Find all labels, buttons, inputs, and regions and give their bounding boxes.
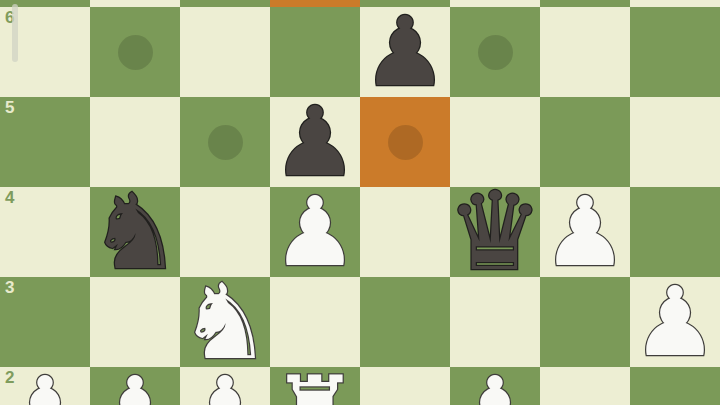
square-a2[interactable]: 2♟	[0, 367, 90, 405]
piece-black-pawn-e6[interactable]: ♟	[360, 7, 450, 97]
square-d7[interactable]: ♞	[270, 0, 360, 7]
square-c3[interactable]: ♞	[180, 277, 270, 367]
square-c2[interactable]: ♟	[180, 367, 270, 405]
square-e3[interactable]	[360, 277, 450, 367]
move-hint-dot-f6	[478, 35, 513, 70]
square-g6[interactable]	[540, 7, 630, 97]
square-f4[interactable]: ♛	[450, 187, 540, 277]
piece-white-pawn-c2[interactable]: ♟	[180, 367, 270, 405]
square-e6[interactable]: ♟	[360, 7, 450, 97]
square-c6[interactable]	[180, 7, 270, 97]
rank-label-3: 3	[5, 279, 14, 296]
square-h6[interactable]	[630, 7, 720, 97]
square-d6[interactable]	[270, 7, 360, 97]
square-f7[interactable]	[450, 0, 540, 7]
move-hint-dot-b6	[118, 35, 153, 70]
square-b6[interactable]	[90, 7, 180, 97]
rank-label-5: 5	[5, 99, 14, 116]
piece-white-knight-c3[interactable]: ♞	[180, 277, 270, 367]
piece-white-pawn-b2[interactable]: ♟	[90, 367, 180, 405]
square-h4[interactable]	[630, 187, 720, 277]
chess-board[interactable]: ♞6♟5♟4♞♟♛♟3♞♟2♟♟♟♜♟	[0, 0, 720, 405]
move-hint-dot-c5	[208, 125, 243, 160]
square-g4[interactable]: ♟	[540, 187, 630, 277]
square-f2[interactable]: ♟	[450, 367, 540, 405]
piece-black-knight-b4[interactable]: ♞	[90, 187, 180, 277]
square-e2[interactable]	[360, 367, 450, 405]
square-h7[interactable]	[630, 0, 720, 7]
square-b7[interactable]	[90, 0, 180, 7]
square-a4[interactable]: 4	[0, 187, 90, 277]
square-b3[interactable]	[90, 277, 180, 367]
square-e5[interactable]	[360, 97, 450, 187]
square-c5[interactable]	[180, 97, 270, 187]
square-g3[interactable]	[540, 277, 630, 367]
piece-white-pawn-f2[interactable]: ♟	[450, 367, 540, 405]
square-h5[interactable]	[630, 97, 720, 187]
piece-black-knight-d7[interactable]: ♞	[270, 0, 360, 7]
square-e4[interactable]	[360, 187, 450, 277]
piece-black-pawn-d5[interactable]: ♟	[270, 97, 360, 187]
square-a3[interactable]: 3	[0, 277, 90, 367]
square-h3[interactable]: ♟	[630, 277, 720, 367]
square-d5[interactable]: ♟	[270, 97, 360, 187]
piece-white-pawn-g4[interactable]: ♟	[540, 187, 630, 277]
square-d2[interactable]: ♜	[270, 367, 360, 405]
piece-white-pawn-a2[interactable]: ♟	[0, 367, 90, 405]
square-d3[interactable]	[270, 277, 360, 367]
square-h2[interactable]	[630, 367, 720, 405]
square-f6[interactable]	[450, 7, 540, 97]
square-b4[interactable]: ♞	[90, 187, 180, 277]
square-d4[interactable]: ♟	[270, 187, 360, 277]
rank-label-4: 4	[5, 189, 14, 206]
piece-white-pawn-d4[interactable]: ♟	[270, 187, 360, 277]
move-hint-dot-e5	[388, 125, 423, 160]
piece-black-queen-f4[interactable]: ♛	[450, 187, 540, 277]
square-g7[interactable]	[540, 0, 630, 7]
square-b2[interactable]: ♟	[90, 367, 180, 405]
scrubber-bar[interactable]	[12, 4, 18, 62]
square-g5[interactable]	[540, 97, 630, 187]
piece-white-rook-d2[interactable]: ♜	[270, 367, 360, 405]
square-a5[interactable]: 5	[0, 97, 90, 187]
video-frame: ♞6♟5♟4♞♟♛♟3♞♟2♟♟♟♜♟	[0, 0, 720, 405]
square-c7[interactable]	[180, 0, 270, 7]
square-g2[interactable]	[540, 367, 630, 405]
square-f3[interactable]	[450, 277, 540, 367]
piece-white-pawn-h3[interactable]: ♟	[630, 277, 720, 367]
